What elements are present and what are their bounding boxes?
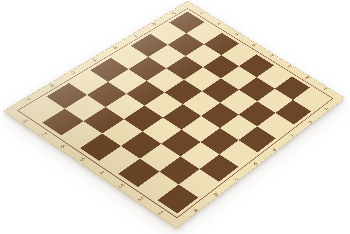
coord-file-e-bottom: e: [270, 147, 277, 152]
coord-rank-2-left: 2: [137, 196, 145, 202]
coord-file-d-top: d: [92, 58, 99, 62]
coord-file-d-bottom: d: [251, 161, 258, 166]
coord-file-f-bottom: f: [289, 133, 295, 137]
chess-board: aabbccddeeffgghh1122334455667788: [3, 1, 345, 228]
coord-file-g-bottom: g: [306, 119, 313, 124]
coord-file-h-bottom: h: [323, 106, 330, 110]
coord-rank-8-left: 8: [22, 118, 30, 123]
coord-rank-3-right: 3: [286, 65, 292, 69]
coord-file-h-top: h: [170, 11, 177, 15]
board-shadow-wrap: aabbccddeeffgghh1122334455667788: [0, 0, 350, 234]
coord-file-c-bottom: c: [232, 176, 239, 181]
coord-rank-5-right: 5: [251, 43, 257, 47]
coord-rank-2-right: 2: [304, 76, 310, 80]
coord-file-f-top: f: [133, 34, 138, 37]
coord-rank-1-left: 1: [157, 210, 165, 216]
coord-rank-4-right: 4: [268, 54, 274, 58]
coord-file-a-bottom: a: [191, 207, 199, 212]
coord-rank-8-right: 8: [199, 11, 206, 15]
board-grid: [24, 12, 328, 214]
coord-file-b-top: b: [48, 83, 55, 88]
coord-rank-5-left: 5: [78, 157, 86, 162]
coord-rank-7-right: 7: [216, 22, 223, 26]
coord-file-b-bottom: b: [212, 191, 219, 196]
coord-file-g-top: g: [151, 22, 158, 26]
chessboard-photo: aabbccddeeffgghh1122334455667788: [0, 0, 350, 234]
coord-file-e-top: e: [112, 46, 119, 50]
coord-rank-1-right: 1: [322, 87, 328, 91]
coord-file-c-top: c: [71, 71, 78, 75]
coord-rank-3-left: 3: [117, 183, 125, 189]
coord-file-a-top: a: [26, 97, 33, 102]
coord-rank-6-right: 6: [233, 32, 240, 36]
coord-rank-6-left: 6: [59, 144, 67, 149]
coord-rank-7-left: 7: [40, 131, 48, 136]
coord-rank-4-left: 4: [98, 170, 106, 175]
